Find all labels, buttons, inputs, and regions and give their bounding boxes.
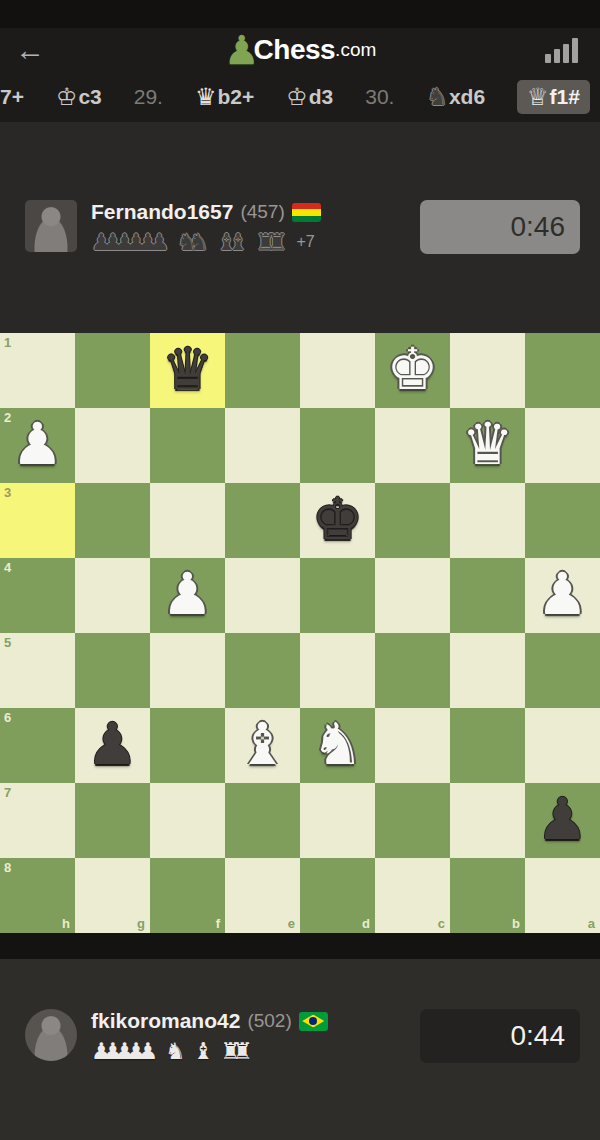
file-label-f: f [216,916,220,931]
square-d3[interactable]: ♚ [300,483,375,558]
bottom-player-clock: 0:44 [420,1009,580,1063]
signal-bars-icon [545,38,578,63]
square-b3[interactable] [450,483,525,558]
rank-label-3: 3 [4,485,11,500]
square-h8[interactable]: 8h [0,858,75,933]
bottom-player-section: fkikoromano42 (502) ♟♟♟♟♟♞♝♜♜ 0:44 [0,959,600,1140]
figurine-icon: ♞ [426,83,448,111]
square-c3[interactable] [375,483,450,558]
square-e1[interactable] [225,333,300,408]
move-token-4[interactable]: ♔d3 [286,83,333,111]
file-label-e: e [288,916,295,931]
square-h4[interactable]: 4 [0,558,75,633]
bottom-captured-tray: ♟♟♟♟♟♞♝♜♜ [91,1039,410,1063]
black-pawn: ♟ [75,708,150,783]
square-d5[interactable] [300,633,375,708]
square-d7[interactable] [300,783,375,858]
square-e2[interactable] [225,408,300,483]
square-h1[interactable]: 1 [0,333,75,408]
material-advantage: +7 [296,233,314,251]
white-pawn: ♟ [0,408,75,483]
app-header: ← ♟ Chess.com [0,28,600,72]
square-a4[interactable]: ♟ [525,558,600,633]
logo-text: Chess [254,34,336,66]
bottom-player-rating: (502) [247,1010,291,1032]
file-label-a: a [588,916,595,931]
figurine-icon: ♔ [286,83,308,111]
captured-rook-group: ♜♜ [220,1039,252,1063]
white-king: ♚ [375,333,450,408]
move-token-5: 30. [365,85,394,109]
bottom-player-avatar[interactable] [25,1009,77,1061]
black-king: ♚ [300,483,375,558]
square-f3[interactable] [150,483,225,558]
white-pawn: ♟ [150,558,225,633]
logo-suffix: .com [335,39,376,61]
captured-knight-group: ♞♞ [177,230,209,254]
top-player-info: Fernando1657 (457) ♟♟♟♟♟♟♞♞♝♝♜♜+7 [91,200,410,254]
square-g4[interactable] [75,558,150,633]
square-c1[interactable]: ♚ [375,333,450,408]
square-g2[interactable] [75,408,150,483]
square-g7[interactable] [75,783,150,858]
captured-knight-group: ♞ [165,1039,186,1063]
file-label-b: b [512,916,520,931]
figurine-icon: ♔ [56,83,78,111]
square-h7[interactable]: 7 [0,783,75,858]
figurine-icon: ♕ [527,83,549,111]
square-g3[interactable] [75,483,150,558]
board-bottom-strip [0,933,600,959]
square-a8[interactable]: a [525,858,600,933]
square-f5[interactable] [150,633,225,708]
square-a6[interactable] [525,708,600,783]
move-token-0[interactable]: 7+ [0,85,24,109]
top-player-avatar[interactable] [25,200,77,252]
move-token-3[interactable]: ♛b2+ [195,83,254,111]
brazil-flag-icon [299,1012,328,1031]
rank-label-7: 7 [4,785,11,800]
square-g1[interactable] [75,333,150,408]
top-player-rating: (457) [240,201,284,223]
square-d2[interactable] [300,408,375,483]
square-e4[interactable] [225,558,300,633]
square-h5[interactable]: 5 [0,633,75,708]
square-b7[interactable] [450,783,525,858]
top-player-row[interactable]: Fernando1657 (457) ♟♟♟♟♟♟♞♞♝♝♜♜+7 0:46 [0,122,600,254]
square-e5[interactable] [225,633,300,708]
square-c4[interactable] [375,558,450,633]
bottom-player-name: fkikoromano42 [91,1009,240,1033]
square-c5[interactable] [375,633,450,708]
rank-label-5: 5 [4,635,11,650]
current-move-chip[interactable]: ♕f1# [517,80,590,114]
square-h3[interactable]: 3 [0,483,75,558]
white-bishop: ♝ [225,708,300,783]
square-e8[interactable]: e [225,858,300,933]
square-e7[interactable] [225,783,300,858]
square-b4[interactable] [450,558,525,633]
square-h2[interactable]: 2♟ [0,408,75,483]
file-label-c: c [438,916,445,931]
square-b1[interactable] [450,333,525,408]
rank-label-1: 1 [4,335,11,350]
square-b5[interactable] [450,633,525,708]
move-token-1[interactable]: ♔c3 [56,83,102,111]
square-c6[interactable] [375,708,450,783]
square-a7[interactable]: ♟ [525,783,600,858]
square-f8[interactable]: f [150,858,225,933]
square-f1[interactable]: ♛ [150,333,225,408]
rank-label-6: 6 [4,710,11,725]
square-b6[interactable] [450,708,525,783]
chess-board: 1♛♚2♟♛3♚4♟♟56♟♝♞7♟8hgfedcba [0,333,600,933]
captured-rook-group: ♜♜ [255,230,287,254]
captured-bishop-group: ♝♝ [216,230,248,254]
square-f6[interactable] [150,708,225,783]
square-a1[interactable] [525,333,600,408]
rank-label-8: 8 [4,860,11,875]
captured-pawn-group: ♟♟♟♟♟ [91,1039,158,1063]
square-a3[interactable] [525,483,600,558]
move-token-2: 29. [134,85,163,109]
square-f2[interactable] [150,408,225,483]
back-button[interactable]: ← [0,28,60,72]
square-b2[interactable]: ♛ [450,408,525,483]
square-d1[interactable] [300,333,375,408]
square-g8[interactable]: g [75,858,150,933]
square-b8[interactable]: b [450,858,525,933]
square-f7[interactable] [150,783,225,858]
status-bar [0,0,600,28]
file-label-g: g [137,916,145,931]
square-c8[interactable]: c [375,858,450,933]
white-pawn: ♟ [525,558,600,633]
file-label-h: h [62,916,70,931]
square-g5[interactable] [75,633,150,708]
square-c7[interactable] [375,783,450,858]
square-d4[interactable] [300,558,375,633]
top-player-name: Fernando1657 [91,200,233,224]
move-token-6[interactable]: ♞xd6 [426,83,485,111]
bottom-player-info: fkikoromano42 (502) ♟♟♟♟♟♞♝♜♜ [91,1009,410,1063]
top-captured-tray: ♟♟♟♟♟♟♞♞♝♝♜♜+7 [91,230,410,254]
square-e6[interactable]: ♝ [225,708,300,783]
captured-bishop-group: ♝ [193,1039,214,1063]
captured-pawn-group: ♟♟♟♟♟♟ [91,230,170,254]
square-e3[interactable] [225,483,300,558]
square-g6[interactable]: ♟ [75,708,150,783]
top-player-clock: 0:46 [420,200,580,254]
square-a5[interactable] [525,633,600,708]
black-pawn: ♟ [525,783,600,858]
black-queen: ♛ [150,333,225,408]
move-list-bar: 7+♔c329.♛b2+♔d330.♞xd6♕f1# [0,72,600,122]
chesscom-logo: ♟ Chess.com [224,28,377,72]
square-d6[interactable]: ♞ [300,708,375,783]
figurine-icon: ♛ [195,83,217,111]
bolivia-flag-icon [292,203,321,222]
square-a2[interactable] [525,408,600,483]
square-d8[interactable]: d [300,858,375,933]
square-f4[interactable]: ♟ [150,558,225,633]
square-h6[interactable]: 6 [0,708,75,783]
square-c2[interactable] [375,408,450,483]
top-player-section: Fernando1657 (457) ♟♟♟♟♟♟♞♞♝♝♜♜+7 0:46 [0,122,600,333]
file-label-d: d [362,916,370,931]
bottom-player-row[interactable]: fkikoromano42 (502) ♟♟♟♟♟♞♝♜♜ 0:44 [0,959,600,1063]
white-knight: ♞ [300,708,375,783]
white-queen: ♛ [450,408,525,483]
rank-label-4: 4 [4,560,11,575]
